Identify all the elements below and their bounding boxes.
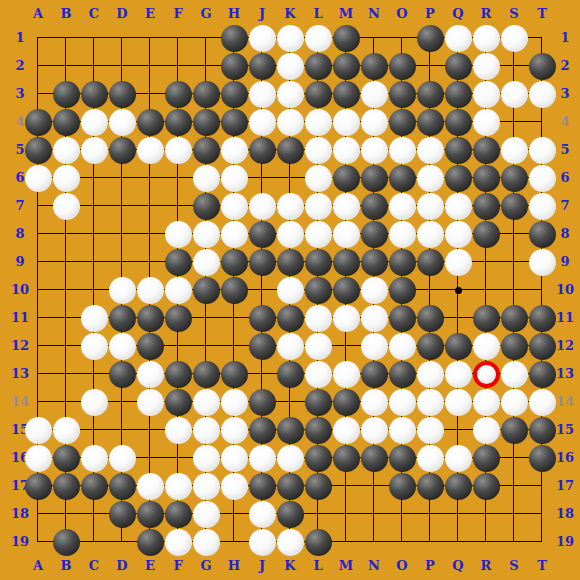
intersection-L19[interactable] [304, 528, 332, 556]
intersection-K5[interactable] [276, 136, 304, 164]
intersection-K17[interactable] [276, 472, 304, 500]
intersection-E9[interactable] [136, 248, 164, 276]
intersection-T13[interactable] [528, 360, 556, 388]
intersection-A2[interactable] [24, 52, 52, 80]
intersection-C1[interactable] [80, 24, 108, 52]
intersection-M17[interactable] [332, 472, 360, 500]
intersection-D18[interactable] [108, 500, 136, 528]
intersection-T7[interactable] [528, 192, 556, 220]
intersection-E12[interactable] [136, 332, 164, 360]
intersection-C12[interactable] [80, 332, 108, 360]
intersection-M14[interactable] [332, 388, 360, 416]
intersection-D12[interactable] [108, 332, 136, 360]
intersection-O19[interactable] [388, 528, 416, 556]
intersection-S18[interactable] [500, 500, 528, 528]
intersection-G14[interactable] [192, 388, 220, 416]
intersection-D17[interactable] [108, 472, 136, 500]
intersection-D14[interactable] [108, 388, 136, 416]
intersection-E15[interactable] [136, 416, 164, 444]
intersection-O7[interactable] [388, 192, 416, 220]
intersection-N17[interactable] [360, 472, 388, 500]
intersection-A16[interactable] [24, 444, 52, 472]
intersection-Q5[interactable] [444, 136, 472, 164]
intersection-O11[interactable] [388, 304, 416, 332]
intersection-A13[interactable] [24, 360, 52, 388]
intersection-T17[interactable] [528, 472, 556, 500]
intersection-E10[interactable] [136, 276, 164, 304]
intersection-P4[interactable] [416, 108, 444, 136]
intersection-B7[interactable] [52, 192, 80, 220]
intersection-B8[interactable] [52, 220, 80, 248]
intersection-R2[interactable] [472, 52, 500, 80]
intersection-J4[interactable] [248, 108, 276, 136]
intersection-P17[interactable] [416, 472, 444, 500]
intersection-D11[interactable] [108, 304, 136, 332]
intersection-B12[interactable] [52, 332, 80, 360]
intersection-P13[interactable] [416, 360, 444, 388]
intersection-B9[interactable] [52, 248, 80, 276]
intersection-E3[interactable] [136, 80, 164, 108]
intersection-L15[interactable] [304, 416, 332, 444]
intersection-H12[interactable] [220, 332, 248, 360]
intersection-L11[interactable] [304, 304, 332, 332]
intersection-E19[interactable] [136, 528, 164, 556]
intersection-G3[interactable] [192, 80, 220, 108]
intersection-T6[interactable] [528, 164, 556, 192]
intersection-B3[interactable] [52, 80, 80, 108]
intersection-C17[interactable] [80, 472, 108, 500]
intersection-D9[interactable] [108, 248, 136, 276]
intersection-J9[interactable] [248, 248, 276, 276]
intersection-T4[interactable] [528, 108, 556, 136]
intersection-O17[interactable] [388, 472, 416, 500]
intersection-S3[interactable] [500, 80, 528, 108]
intersection-F2[interactable] [164, 52, 192, 80]
intersection-S13[interactable] [500, 360, 528, 388]
intersection-L13[interactable] [304, 360, 332, 388]
intersection-P9[interactable] [416, 248, 444, 276]
intersection-H16[interactable] [220, 444, 248, 472]
intersection-F17[interactable] [164, 472, 192, 500]
intersection-C16[interactable] [80, 444, 108, 472]
intersection-A7[interactable] [24, 192, 52, 220]
intersection-G12[interactable] [192, 332, 220, 360]
intersection-J19[interactable] [248, 528, 276, 556]
intersection-G10[interactable] [192, 276, 220, 304]
intersection-J12[interactable] [248, 332, 276, 360]
intersection-B15[interactable] [52, 416, 80, 444]
intersection-T2[interactable] [528, 52, 556, 80]
intersection-L10[interactable] [304, 276, 332, 304]
intersection-H6[interactable] [220, 164, 248, 192]
intersection-Q15[interactable] [444, 416, 472, 444]
intersection-J10[interactable] [248, 276, 276, 304]
intersection-T14[interactable] [528, 388, 556, 416]
intersection-C15[interactable] [80, 416, 108, 444]
intersection-A19[interactable] [24, 528, 52, 556]
intersection-Q6[interactable] [444, 164, 472, 192]
intersection-P3[interactable] [416, 80, 444, 108]
intersection-K11[interactable] [276, 304, 304, 332]
intersection-K1[interactable] [276, 24, 304, 52]
intersection-B17[interactable] [52, 472, 80, 500]
intersection-E17[interactable] [136, 472, 164, 500]
intersection-F12[interactable] [164, 332, 192, 360]
intersection-A9[interactable] [24, 248, 52, 276]
intersection-B6[interactable] [52, 164, 80, 192]
intersection-J5[interactable] [248, 136, 276, 164]
intersection-N7[interactable] [360, 192, 388, 220]
intersection-S11[interactable] [500, 304, 528, 332]
intersection-R4[interactable] [472, 108, 500, 136]
intersection-R12[interactable] [472, 332, 500, 360]
intersection-F10[interactable] [164, 276, 192, 304]
intersection-M9[interactable] [332, 248, 360, 276]
intersection-A6[interactable] [24, 164, 52, 192]
intersection-C8[interactable] [80, 220, 108, 248]
intersection-C9[interactable] [80, 248, 108, 276]
intersection-R16[interactable] [472, 444, 500, 472]
intersection-O5[interactable] [388, 136, 416, 164]
intersection-P18[interactable] [416, 500, 444, 528]
intersection-Q7[interactable] [444, 192, 472, 220]
intersection-S16[interactable] [500, 444, 528, 472]
intersection-J8[interactable] [248, 220, 276, 248]
intersection-P7[interactable] [416, 192, 444, 220]
intersection-O16[interactable] [388, 444, 416, 472]
intersection-B14[interactable] [52, 388, 80, 416]
intersection-H19[interactable] [220, 528, 248, 556]
intersection-F13[interactable] [164, 360, 192, 388]
intersection-L5[interactable] [304, 136, 332, 164]
intersection-B19[interactable] [52, 528, 80, 556]
intersection-M1[interactable] [332, 24, 360, 52]
intersection-Q14[interactable] [444, 388, 472, 416]
intersection-G19[interactable] [192, 528, 220, 556]
intersection-S7[interactable] [500, 192, 528, 220]
intersection-J3[interactable] [248, 80, 276, 108]
intersection-B10[interactable] [52, 276, 80, 304]
intersection-J18[interactable] [248, 500, 276, 528]
intersection-C3[interactable] [80, 80, 108, 108]
intersection-F1[interactable] [164, 24, 192, 52]
intersection-M4[interactable] [332, 108, 360, 136]
intersection-T12[interactable] [528, 332, 556, 360]
intersection-A14[interactable] [24, 388, 52, 416]
intersection-F5[interactable] [164, 136, 192, 164]
intersection-H17[interactable] [220, 472, 248, 500]
intersection-G1[interactable] [192, 24, 220, 52]
intersection-H13[interactable] [220, 360, 248, 388]
intersection-H1[interactable] [220, 24, 248, 52]
intersection-N11[interactable] [360, 304, 388, 332]
intersection-G2[interactable] [192, 52, 220, 80]
intersection-B2[interactable] [52, 52, 80, 80]
intersection-D3[interactable] [108, 80, 136, 108]
intersection-D16[interactable] [108, 444, 136, 472]
intersection-O14[interactable] [388, 388, 416, 416]
intersection-M13[interactable] [332, 360, 360, 388]
intersection-K19[interactable] [276, 528, 304, 556]
intersection-J14[interactable] [248, 388, 276, 416]
intersection-D19[interactable] [108, 528, 136, 556]
intersection-T16[interactable] [528, 444, 556, 472]
intersection-L1[interactable] [304, 24, 332, 52]
intersection-Q18[interactable] [444, 500, 472, 528]
intersection-F8[interactable] [164, 220, 192, 248]
intersection-P1[interactable] [416, 24, 444, 52]
intersection-F18[interactable] [164, 500, 192, 528]
intersection-H8[interactable] [220, 220, 248, 248]
intersection-R14[interactable] [472, 388, 500, 416]
intersection-M2[interactable] [332, 52, 360, 80]
intersection-F9[interactable] [164, 248, 192, 276]
intersection-C7[interactable] [80, 192, 108, 220]
intersection-L16[interactable] [304, 444, 332, 472]
intersection-L18[interactable] [304, 500, 332, 528]
intersection-D8[interactable] [108, 220, 136, 248]
intersection-G7[interactable] [192, 192, 220, 220]
intersection-D6[interactable] [108, 164, 136, 192]
intersection-P10[interactable] [416, 276, 444, 304]
intersection-E11[interactable] [136, 304, 164, 332]
intersection-O3[interactable] [388, 80, 416, 108]
intersection-S6[interactable] [500, 164, 528, 192]
intersection-M18[interactable] [332, 500, 360, 528]
intersection-F16[interactable] [164, 444, 192, 472]
intersection-Q16[interactable] [444, 444, 472, 472]
intersection-M19[interactable] [332, 528, 360, 556]
intersection-F15[interactable] [164, 416, 192, 444]
intersection-K15[interactable] [276, 416, 304, 444]
intersection-A5[interactable] [24, 136, 52, 164]
intersection-S17[interactable] [500, 472, 528, 500]
intersection-A8[interactable] [24, 220, 52, 248]
intersection-F11[interactable] [164, 304, 192, 332]
intersection-E4[interactable] [136, 108, 164, 136]
intersection-R3[interactable] [472, 80, 500, 108]
intersection-F3[interactable] [164, 80, 192, 108]
intersection-G6[interactable] [192, 164, 220, 192]
intersection-M8[interactable] [332, 220, 360, 248]
intersection-S14[interactable] [500, 388, 528, 416]
intersection-P5[interactable] [416, 136, 444, 164]
intersection-H5[interactable] [220, 136, 248, 164]
intersection-S12[interactable] [500, 332, 528, 360]
intersection-L14[interactable] [304, 388, 332, 416]
intersection-Q17[interactable] [444, 472, 472, 500]
intersection-N12[interactable] [360, 332, 388, 360]
intersection-H11[interactable] [220, 304, 248, 332]
intersection-E18[interactable] [136, 500, 164, 528]
intersection-T8[interactable] [528, 220, 556, 248]
intersection-G8[interactable] [192, 220, 220, 248]
intersection-C6[interactable] [80, 164, 108, 192]
intersection-L6[interactable] [304, 164, 332, 192]
intersection-N19[interactable] [360, 528, 388, 556]
intersection-K7[interactable] [276, 192, 304, 220]
intersection-Q1[interactable] [444, 24, 472, 52]
intersection-O10[interactable] [388, 276, 416, 304]
intersection-K3[interactable] [276, 80, 304, 108]
intersection-M6[interactable] [332, 164, 360, 192]
intersection-O18[interactable] [388, 500, 416, 528]
intersection-N15[interactable] [360, 416, 388, 444]
intersection-T15[interactable] [528, 416, 556, 444]
intersection-G5[interactable] [192, 136, 220, 164]
intersection-B4[interactable] [52, 108, 80, 136]
intersection-R6[interactable] [472, 164, 500, 192]
intersection-P6[interactable] [416, 164, 444, 192]
intersection-N4[interactable] [360, 108, 388, 136]
intersection-A3[interactable] [24, 80, 52, 108]
intersection-H15[interactable] [220, 416, 248, 444]
intersection-P15[interactable] [416, 416, 444, 444]
intersection-R19[interactable] [472, 528, 500, 556]
intersection-M3[interactable] [332, 80, 360, 108]
intersection-N14[interactable] [360, 388, 388, 416]
intersection-G16[interactable] [192, 444, 220, 472]
intersection-H7[interactable] [220, 192, 248, 220]
intersection-O12[interactable] [388, 332, 416, 360]
intersection-M16[interactable] [332, 444, 360, 472]
intersection-M7[interactable] [332, 192, 360, 220]
intersection-C4[interactable] [80, 108, 108, 136]
intersection-C19[interactable] [80, 528, 108, 556]
intersection-S19[interactable] [500, 528, 528, 556]
go-board[interactable] [24, 24, 556, 556]
intersection-S10[interactable] [500, 276, 528, 304]
intersection-D10[interactable] [108, 276, 136, 304]
intersection-B11[interactable] [52, 304, 80, 332]
intersection-S2[interactable] [500, 52, 528, 80]
intersection-T11[interactable] [528, 304, 556, 332]
intersection-H2[interactable] [220, 52, 248, 80]
intersection-O6[interactable] [388, 164, 416, 192]
intersection-C10[interactable] [80, 276, 108, 304]
intersection-L2[interactable] [304, 52, 332, 80]
intersection-J11[interactable] [248, 304, 276, 332]
intersection-B18[interactable] [52, 500, 80, 528]
intersection-R9[interactable] [472, 248, 500, 276]
intersection-G13[interactable] [192, 360, 220, 388]
intersection-J7[interactable] [248, 192, 276, 220]
intersection-H14[interactable] [220, 388, 248, 416]
intersection-N5[interactable] [360, 136, 388, 164]
intersection-D2[interactable] [108, 52, 136, 80]
intersection-Q19[interactable] [444, 528, 472, 556]
intersection-Q3[interactable] [444, 80, 472, 108]
intersection-O15[interactable] [388, 416, 416, 444]
intersection-C2[interactable] [80, 52, 108, 80]
intersection-D4[interactable] [108, 108, 136, 136]
intersection-E2[interactable] [136, 52, 164, 80]
intersection-J1[interactable] [248, 24, 276, 52]
intersection-J15[interactable] [248, 416, 276, 444]
intersection-P12[interactable] [416, 332, 444, 360]
intersection-E1[interactable] [136, 24, 164, 52]
intersection-N10[interactable] [360, 276, 388, 304]
intersection-H3[interactable] [220, 80, 248, 108]
intersection-Q2[interactable] [444, 52, 472, 80]
intersection-M10[interactable] [332, 276, 360, 304]
intersection-E5[interactable] [136, 136, 164, 164]
intersection-A1[interactable] [24, 24, 52, 52]
intersection-O8[interactable] [388, 220, 416, 248]
intersection-C14[interactable] [80, 388, 108, 416]
intersection-E14[interactable] [136, 388, 164, 416]
intersection-K10[interactable] [276, 276, 304, 304]
intersection-Q12[interactable] [444, 332, 472, 360]
intersection-S4[interactable] [500, 108, 528, 136]
intersection-B16[interactable] [52, 444, 80, 472]
intersection-N9[interactable] [360, 248, 388, 276]
intersection-H4[interactable] [220, 108, 248, 136]
intersection-S5[interactable] [500, 136, 528, 164]
intersection-S15[interactable] [500, 416, 528, 444]
intersection-O2[interactable] [388, 52, 416, 80]
intersection-S9[interactable] [500, 248, 528, 276]
intersection-T18[interactable] [528, 500, 556, 528]
intersection-F19[interactable] [164, 528, 192, 556]
intersection-R10[interactable] [472, 276, 500, 304]
intersection-H10[interactable] [220, 276, 248, 304]
intersection-A15[interactable] [24, 416, 52, 444]
intersection-R18[interactable] [472, 500, 500, 528]
intersection-M12[interactable] [332, 332, 360, 360]
intersection-R5[interactable] [472, 136, 500, 164]
intersection-N18[interactable] [360, 500, 388, 528]
intersection-R15[interactable] [472, 416, 500, 444]
intersection-K8[interactable] [276, 220, 304, 248]
intersection-K2[interactable] [276, 52, 304, 80]
intersection-D1[interactable] [108, 24, 136, 52]
intersection-O4[interactable] [388, 108, 416, 136]
intersection-H9[interactable] [220, 248, 248, 276]
intersection-E6[interactable] [136, 164, 164, 192]
intersection-L9[interactable] [304, 248, 332, 276]
intersection-K16[interactable] [276, 444, 304, 472]
intersection-E13[interactable] [136, 360, 164, 388]
intersection-Q8[interactable] [444, 220, 472, 248]
intersection-G9[interactable] [192, 248, 220, 276]
intersection-G15[interactable] [192, 416, 220, 444]
intersection-O9[interactable] [388, 248, 416, 276]
intersection-F14[interactable] [164, 388, 192, 416]
intersection-A12[interactable] [24, 332, 52, 360]
intersection-F7[interactable] [164, 192, 192, 220]
intersection-K13[interactable] [276, 360, 304, 388]
intersection-K9[interactable] [276, 248, 304, 276]
intersection-Q4[interactable] [444, 108, 472, 136]
intersection-G18[interactable] [192, 500, 220, 528]
intersection-P8[interactable] [416, 220, 444, 248]
intersection-A11[interactable] [24, 304, 52, 332]
intersection-P11[interactable] [416, 304, 444, 332]
intersection-Q10[interactable] [444, 276, 472, 304]
intersection-R1[interactable] [472, 24, 500, 52]
intersection-M15[interactable] [332, 416, 360, 444]
intersection-P2[interactable] [416, 52, 444, 80]
intersection-K18[interactable] [276, 500, 304, 528]
intersection-A17[interactable] [24, 472, 52, 500]
intersection-L4[interactable] [304, 108, 332, 136]
intersection-D15[interactable] [108, 416, 136, 444]
intersection-D5[interactable] [108, 136, 136, 164]
intersection-R17[interactable] [472, 472, 500, 500]
intersection-M11[interactable] [332, 304, 360, 332]
intersection-B5[interactable] [52, 136, 80, 164]
